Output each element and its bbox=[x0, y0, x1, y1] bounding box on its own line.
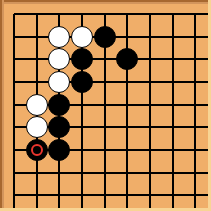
intersection bbox=[116, 71, 139, 94]
intersection bbox=[184, 116, 207, 139]
intersection bbox=[25, 25, 48, 48]
intersection bbox=[139, 93, 162, 116]
intersection bbox=[93, 139, 116, 162]
intersection bbox=[71, 116, 94, 139]
intersection bbox=[184, 71, 207, 94]
intersection bbox=[48, 139, 71, 162]
go-board bbox=[3, 3, 211, 211]
intersection bbox=[139, 25, 162, 48]
intersection bbox=[71, 48, 94, 71]
intersection bbox=[161, 161, 184, 184]
intersection bbox=[25, 184, 48, 207]
intersection bbox=[48, 161, 71, 184]
intersection bbox=[116, 93, 139, 116]
intersection bbox=[184, 25, 207, 48]
white-stone bbox=[71, 26, 93, 48]
intersection bbox=[161, 116, 184, 139]
intersection bbox=[184, 48, 207, 71]
cropped-edge-bottom bbox=[0, 208, 211, 211]
black-stone bbox=[48, 94, 70, 116]
white-stone bbox=[48, 48, 70, 70]
board-frame-left-highlight bbox=[2, 0, 4, 211]
intersection bbox=[71, 93, 94, 116]
intersection bbox=[25, 3, 48, 26]
intersection bbox=[3, 25, 26, 48]
white-stone bbox=[26, 94, 48, 116]
intersection bbox=[161, 139, 184, 162]
intersection bbox=[184, 161, 207, 184]
cropped-edge-right bbox=[208, 0, 211, 211]
intersection bbox=[184, 3, 207, 26]
intersection bbox=[139, 184, 162, 207]
black-stone bbox=[94, 26, 116, 48]
intersection bbox=[93, 25, 116, 48]
intersection bbox=[184, 93, 207, 116]
go-diagram bbox=[0, 0, 211, 211]
white-stone bbox=[48, 26, 70, 48]
intersection bbox=[25, 48, 48, 71]
intersection bbox=[116, 48, 139, 71]
board-frame-top-highlight bbox=[0, 2, 211, 4]
intersection bbox=[71, 139, 94, 162]
intersection bbox=[161, 184, 184, 207]
intersection bbox=[48, 71, 71, 94]
black-stone bbox=[48, 116, 70, 138]
intersection bbox=[71, 3, 94, 26]
intersection bbox=[3, 139, 26, 162]
intersection bbox=[48, 116, 71, 139]
intersection bbox=[3, 93, 26, 116]
intersection bbox=[161, 25, 184, 48]
intersection bbox=[3, 161, 26, 184]
intersection bbox=[139, 116, 162, 139]
intersection bbox=[71, 161, 94, 184]
intersection bbox=[3, 48, 26, 71]
white-stone bbox=[48, 71, 70, 93]
intersection bbox=[139, 3, 162, 26]
intersection bbox=[161, 3, 184, 26]
intersection bbox=[93, 71, 116, 94]
white-stone bbox=[26, 116, 48, 138]
intersection bbox=[48, 184, 71, 207]
intersection bbox=[71, 71, 94, 94]
intersection bbox=[139, 48, 162, 71]
intersection bbox=[116, 161, 139, 184]
intersection bbox=[184, 139, 207, 162]
black-stone bbox=[116, 48, 138, 70]
intersection bbox=[139, 161, 162, 184]
black-stone bbox=[26, 139, 48, 161]
intersection bbox=[116, 25, 139, 48]
intersection bbox=[116, 184, 139, 207]
intersection bbox=[3, 71, 26, 94]
intersection bbox=[48, 48, 71, 71]
intersection bbox=[3, 184, 26, 207]
intersection bbox=[71, 184, 94, 207]
intersection bbox=[116, 116, 139, 139]
intersection bbox=[25, 71, 48, 94]
intersection bbox=[3, 116, 26, 139]
intersection bbox=[161, 48, 184, 71]
intersection bbox=[93, 161, 116, 184]
intersection bbox=[25, 139, 48, 162]
intersection bbox=[139, 71, 162, 94]
intersection bbox=[93, 116, 116, 139]
intersection bbox=[25, 161, 48, 184]
black-stone bbox=[48, 139, 70, 161]
red-circle-marker bbox=[31, 144, 43, 156]
intersection bbox=[139, 139, 162, 162]
intersection bbox=[93, 3, 116, 26]
intersection bbox=[25, 116, 48, 139]
intersection bbox=[71, 25, 94, 48]
intersection bbox=[116, 3, 139, 26]
intersection bbox=[93, 93, 116, 116]
intersection bbox=[116, 139, 139, 162]
intersection bbox=[3, 3, 26, 26]
black-stone bbox=[71, 48, 93, 70]
intersection bbox=[161, 93, 184, 116]
intersection bbox=[48, 93, 71, 116]
intersection bbox=[48, 25, 71, 48]
intersection bbox=[184, 184, 207, 207]
intersection bbox=[25, 93, 48, 116]
intersection bbox=[93, 48, 116, 71]
intersection bbox=[48, 3, 71, 26]
intersection bbox=[161, 71, 184, 94]
intersection bbox=[93, 184, 116, 207]
black-stone bbox=[71, 71, 93, 93]
